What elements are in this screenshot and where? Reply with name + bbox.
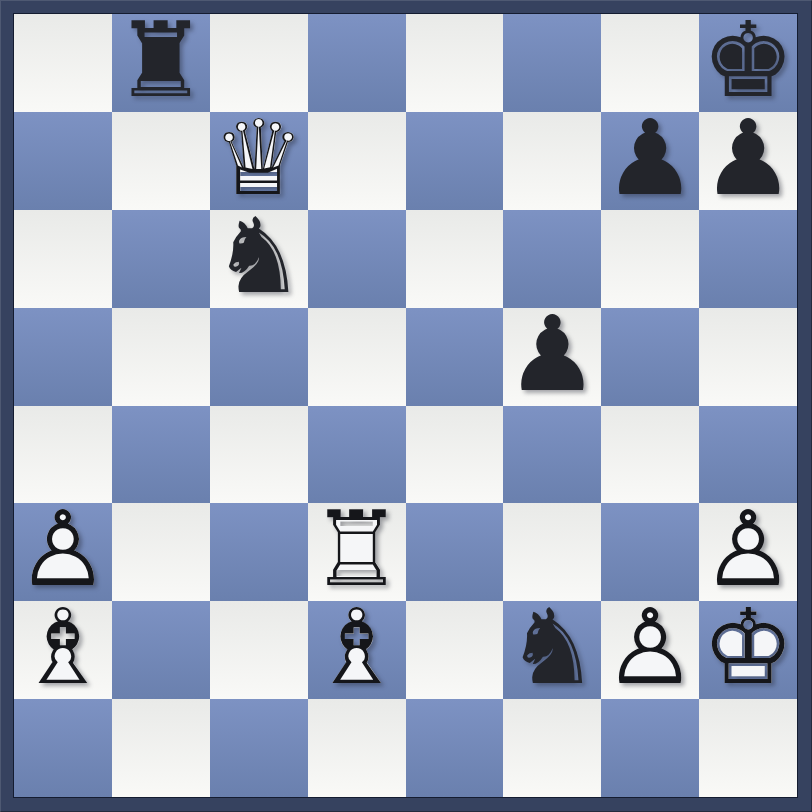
square-e5[interactable] — [406, 308, 504, 406]
square-d6[interactable] — [308, 210, 406, 308]
white-bishop-outline: ♗ — [14, 598, 112, 696]
square-g1[interactable] — [601, 699, 699, 797]
square-e6[interactable] — [406, 210, 504, 308]
white-rook-outline: ♖ — [308, 500, 406, 598]
piece-white-bishop-a2[interactable]: ♝♗ — [14, 601, 112, 699]
black-knight-glyph: ♞ — [503, 598, 601, 696]
square-f7[interactable] — [503, 112, 601, 210]
square-e1[interactable] — [406, 699, 504, 797]
square-c2[interactable] — [210, 601, 308, 699]
square-g7[interactable]: ♟ — [601, 112, 699, 210]
piece-black-knight-f2[interactable]: ♞ — [503, 601, 601, 699]
square-a5[interactable] — [14, 308, 112, 406]
white-pawn-outline: ♙ — [699, 500, 797, 598]
square-e3[interactable] — [406, 503, 504, 601]
black-pawn-glyph: ♟ — [699, 109, 797, 207]
square-c4[interactable] — [210, 406, 308, 504]
square-g6[interactable] — [601, 210, 699, 308]
white-king-outline: ♔ — [699, 598, 797, 696]
square-h6[interactable] — [699, 210, 797, 308]
black-knight-glyph: ♞ — [210, 207, 308, 305]
piece-black-knight-c6[interactable]: ♞ — [210, 210, 308, 308]
square-b4[interactable] — [112, 406, 210, 504]
square-f4[interactable] — [503, 406, 601, 504]
white-pawn-outline: ♙ — [601, 598, 699, 696]
square-b2[interactable] — [112, 601, 210, 699]
white-pawn-outline: ♙ — [14, 500, 112, 598]
white-bishop-outline: ♗ — [308, 598, 406, 696]
square-g5[interactable] — [601, 308, 699, 406]
white-queen-outline: ♕ — [210, 109, 308, 207]
square-d2[interactable]: ♝♗ — [308, 601, 406, 699]
square-d5[interactable] — [308, 308, 406, 406]
square-a8[interactable] — [14, 14, 112, 112]
piece-black-pawn-h7[interactable]: ♟ — [699, 112, 797, 210]
square-f2[interactable]: ♞ — [503, 601, 601, 699]
board-frame: ♜♚♛♕♟♟♞♟♟♙♜♖♟♙♝♗♝♗♞♟♙♚♔ — [0, 0, 812, 812]
piece-white-pawn-g2[interactable]: ♟♙ — [601, 601, 699, 699]
square-b3[interactable] — [112, 503, 210, 601]
square-c6[interactable]: ♞ — [210, 210, 308, 308]
square-e7[interactable] — [406, 112, 504, 210]
black-king-glyph: ♚ — [699, 11, 797, 109]
square-h1[interactable] — [699, 699, 797, 797]
piece-black-pawn-g7[interactable]: ♟ — [601, 112, 699, 210]
square-e2[interactable] — [406, 601, 504, 699]
square-e8[interactable] — [406, 14, 504, 112]
square-f5[interactable]: ♟ — [503, 308, 601, 406]
square-d8[interactable] — [308, 14, 406, 112]
square-b7[interactable] — [112, 112, 210, 210]
square-d7[interactable] — [308, 112, 406, 210]
square-c5[interactable] — [210, 308, 308, 406]
black-rook-glyph: ♜ — [112, 11, 210, 109]
square-c1[interactable] — [210, 699, 308, 797]
square-f8[interactable] — [503, 14, 601, 112]
black-pawn-glyph: ♟ — [601, 109, 699, 207]
square-g2[interactable]: ♟♙ — [601, 601, 699, 699]
square-g4[interactable] — [601, 406, 699, 504]
piece-white-bishop-d2[interactable]: ♝♗ — [308, 601, 406, 699]
square-h7[interactable]: ♟ — [699, 112, 797, 210]
square-e4[interactable] — [406, 406, 504, 504]
square-a7[interactable] — [14, 112, 112, 210]
square-h5[interactable] — [699, 308, 797, 406]
square-a6[interactable] — [14, 210, 112, 308]
square-a1[interactable] — [14, 699, 112, 797]
square-f1[interactable] — [503, 699, 601, 797]
square-h2[interactable]: ♚♔ — [699, 601, 797, 699]
square-d1[interactable] — [308, 699, 406, 797]
chessboard: ♜♚♛♕♟♟♞♟♟♙♜♖♟♙♝♗♝♗♞♟♙♚♔ — [14, 14, 797, 797]
square-b5[interactable] — [112, 308, 210, 406]
black-pawn-glyph: ♟ — [503, 305, 601, 403]
square-b6[interactable] — [112, 210, 210, 308]
square-b1[interactable] — [112, 699, 210, 797]
piece-black-rook-b8[interactable]: ♜ — [112, 14, 210, 112]
square-b8[interactable]: ♜ — [112, 14, 210, 112]
square-c3[interactable] — [210, 503, 308, 601]
piece-white-king-h2[interactable]: ♚♔ — [699, 601, 797, 699]
square-a2[interactable]: ♝♗ — [14, 601, 112, 699]
piece-black-pawn-f5[interactable]: ♟ — [503, 308, 601, 406]
